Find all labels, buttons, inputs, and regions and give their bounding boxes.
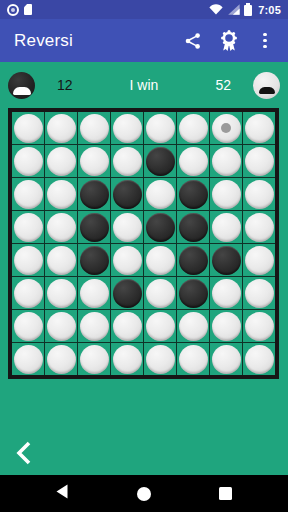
board-cell-g1[interactable] — [210, 112, 242, 144]
white-disc — [113, 213, 142, 242]
board-cell-b8[interactable] — [45, 343, 77, 375]
board-cell-h3[interactable] — [243, 178, 275, 210]
white-disc — [245, 246, 274, 275]
white-disc — [47, 213, 76, 242]
board-cell-c6[interactable] — [78, 277, 110, 309]
last-move-marker — [221, 123, 231, 133]
black-score: 12 — [57, 77, 73, 93]
white-disc — [80, 147, 109, 176]
black-disc — [80, 180, 109, 209]
board-cell-h8[interactable] — [243, 343, 275, 375]
white-disc — [113, 345, 142, 374]
board-cell-a5[interactable] — [12, 244, 44, 276]
white-disc — [80, 345, 109, 374]
white-disc — [212, 147, 241, 176]
white-disc — [47, 180, 76, 209]
white-disc — [245, 213, 274, 242]
white-disc — [212, 180, 241, 209]
board-cell-f1[interactable] — [177, 112, 209, 144]
white-disc — [14, 279, 43, 308]
data-saver-icon — [7, 4, 19, 16]
app-bar: Reversi — [0, 19, 288, 62]
white-disc — [146, 312, 175, 341]
white-disc — [80, 312, 109, 341]
board-cell-g4[interactable] — [210, 211, 242, 243]
board-cell-d1[interactable] — [111, 112, 143, 144]
board-cell-d3[interactable] — [111, 178, 143, 210]
board-cell-c1[interactable] — [78, 112, 110, 144]
black-disc — [113, 180, 142, 209]
white-disc — [146, 345, 175, 374]
awards-medal-icon — [219, 30, 239, 52]
white-disc — [146, 180, 175, 209]
black-disc — [179, 279, 208, 308]
board-cell-e4[interactable] — [144, 211, 176, 243]
phone-screen: 7:05 Reversi — [0, 0, 288, 512]
white-disc — [47, 246, 76, 275]
overflow-menu-icon — [263, 33, 266, 48]
board-cell-b3[interactable] — [45, 178, 77, 210]
black-disc — [80, 213, 109, 242]
board-cell-g3[interactable] — [210, 178, 242, 210]
board-cell-d7[interactable] — [111, 310, 143, 342]
black-disc — [179, 213, 208, 242]
white-disc — [47, 114, 76, 143]
board-cell-g7[interactable] — [210, 310, 242, 342]
awards-button[interactable] — [216, 28, 242, 54]
white-disc — [212, 213, 241, 242]
board-cell-b5[interactable] — [45, 244, 77, 276]
board-cell-d2[interactable] — [111, 145, 143, 177]
app-title: Reversi — [14, 31, 170, 51]
board-cell-a4[interactable] — [12, 211, 44, 243]
white-disc — [14, 246, 43, 275]
board-cell-f7[interactable] — [177, 310, 209, 342]
board-cell-b4[interactable] — [45, 211, 77, 243]
black-piece-icon — [8, 72, 35, 99]
android-nav-bar — [0, 475, 288, 512]
white-disc — [47, 312, 76, 341]
board-cell-c4[interactable] — [78, 211, 110, 243]
board-cell-f8[interactable] — [177, 343, 209, 375]
chevron-left-icon — [14, 440, 34, 466]
board-cell-b2[interactable] — [45, 145, 77, 177]
board-cell-g8[interactable] — [210, 343, 242, 375]
white-piece-icon — [253, 72, 280, 99]
board-cell-c8[interactable] — [78, 343, 110, 375]
share-button[interactable] — [180, 28, 206, 54]
board-cell-f6[interactable] — [177, 277, 209, 309]
black-disc — [212, 246, 241, 275]
white-disc — [212, 345, 241, 374]
white-disc — [179, 312, 208, 341]
white-disc — [146, 246, 175, 275]
white-disc — [212, 312, 241, 341]
board-cell-h2[interactable] — [243, 145, 275, 177]
white-disc — [146, 114, 175, 143]
result-text: I win — [73, 77, 216, 93]
white-disc — [212, 114, 241, 143]
board-cell-d5[interactable] — [111, 244, 143, 276]
battery-icon — [244, 3, 252, 16]
board-cell-e8[interactable] — [144, 343, 176, 375]
white-disc — [212, 279, 241, 308]
board-cell-f2[interactable] — [177, 145, 209, 177]
board-cell-e5[interactable] — [144, 244, 176, 276]
board-cell-e7[interactable] — [144, 310, 176, 342]
black-disc — [179, 246, 208, 275]
board-cell-c7[interactable] — [78, 310, 110, 342]
board-cell-d4[interactable] — [111, 211, 143, 243]
cell-signal-icon — [227, 4, 240, 15]
board-cell-f5[interactable] — [177, 244, 209, 276]
status-bar: 7:05 — [0, 0, 288, 19]
white-disc — [14, 114, 43, 143]
status-right-icons: 7:05 — [209, 3, 281, 16]
status-left-icons — [7, 4, 32, 16]
board-cell-h1[interactable] — [243, 112, 275, 144]
board-cell-g6[interactable] — [210, 277, 242, 309]
white-score: 52 — [215, 77, 231, 93]
white-disc — [14, 180, 43, 209]
status-time: 7:05 — [258, 4, 281, 16]
board-cell-e1[interactable] — [144, 112, 176, 144]
black-disc — [146, 147, 175, 176]
overflow-menu-button[interactable] — [252, 28, 278, 54]
white-disc — [113, 147, 142, 176]
board-cell-b7[interactable] — [45, 310, 77, 342]
white-disc — [80, 279, 109, 308]
data-saver-dot — [11, 8, 15, 12]
undo-button[interactable] — [9, 438, 39, 468]
white-disc — [245, 345, 274, 374]
white-disc — [245, 147, 274, 176]
board-cell-a8[interactable] — [12, 343, 44, 375]
white-disc — [80, 114, 109, 143]
board-cell-b6[interactable] — [45, 277, 77, 309]
board-cell-a7[interactable] — [12, 310, 44, 342]
white-disc — [47, 147, 76, 176]
board-cell-c2[interactable] — [78, 145, 110, 177]
white-disc — [113, 114, 142, 143]
board-cell-b1[interactable] — [45, 112, 77, 144]
board-cell-h6[interactable] — [243, 277, 275, 309]
white-disc — [14, 213, 43, 242]
nav-back-button[interactable] — [56, 484, 68, 503]
board-cell-e3[interactable] — [144, 178, 176, 210]
white-disc — [113, 246, 142, 275]
wifi-icon — [209, 4, 223, 15]
board-cell-a2[interactable] — [12, 145, 44, 177]
white-disc — [245, 180, 274, 209]
board-cell-a6[interactable] — [12, 277, 44, 309]
board-cell-h7[interactable] — [243, 310, 275, 342]
board-cell-e6[interactable] — [144, 277, 176, 309]
board-cell-a3[interactable] — [12, 178, 44, 210]
board-cell-h4[interactable] — [243, 211, 275, 243]
board-cell-c3[interactable] — [78, 178, 110, 210]
white-disc — [146, 279, 175, 308]
nav-home-button[interactable] — [137, 487, 151, 501]
black-disc — [146, 213, 175, 242]
black-disc — [179, 180, 208, 209]
board-cell-e2[interactable] — [144, 145, 176, 177]
white-disc — [179, 345, 208, 374]
board-cell-f3[interactable] — [177, 178, 209, 210]
white-disc — [47, 345, 76, 374]
share-icon — [184, 32, 202, 50]
back-triangle-icon — [56, 484, 68, 499]
black-disc — [113, 279, 142, 308]
board-cell-f4[interactable] — [177, 211, 209, 243]
board-cell-g2[interactable] — [210, 145, 242, 177]
score-bar: 12 I win 52 — [0, 62, 288, 108]
board-cell-d6[interactable] — [111, 277, 143, 309]
white-disc — [14, 312, 43, 341]
black-disc — [80, 246, 109, 275]
sim-card-icon — [24, 4, 32, 15]
board-cell-d8[interactable] — [111, 343, 143, 375]
board-cell-g5[interactable] — [210, 244, 242, 276]
white-disc — [14, 345, 43, 374]
white-disc — [14, 147, 43, 176]
white-disc — [47, 279, 76, 308]
white-disc — [245, 312, 274, 341]
board-cell-h5[interactable] — [243, 244, 275, 276]
board-cell-a1[interactable] — [12, 112, 44, 144]
white-disc — [245, 114, 274, 143]
nav-recents-button[interactable] — [219, 487, 232, 500]
white-disc — [113, 312, 142, 341]
white-disc — [179, 114, 208, 143]
board-grid — [8, 108, 279, 379]
white-disc — [245, 279, 274, 308]
board-cell-c5[interactable] — [78, 244, 110, 276]
white-disc — [179, 147, 208, 176]
